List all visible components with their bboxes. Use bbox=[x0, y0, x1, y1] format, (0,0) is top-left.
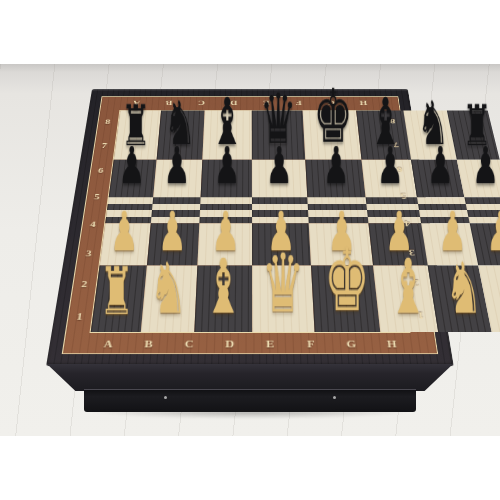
coord-ranks-8: 8 bbox=[97, 110, 118, 133]
piece-white-knight-b1[interactable]: ♞ bbox=[149, 254, 187, 325]
piece-white-pawn-h2[interactable]: ♟ bbox=[486, 205, 500, 259]
piece-black-pawn-b7[interactable]: ♟ bbox=[164, 140, 191, 191]
piece-white-king-e1[interactable]: ♚ bbox=[324, 238, 370, 324]
piece-white-bishop-c1[interactable]: ♝ bbox=[204, 249, 244, 325]
coord-ranks-1: 1 bbox=[67, 300, 93, 333]
table-shadow bbox=[86, 411, 414, 419]
piece-white-knight-g1[interactable]: ♞ bbox=[445, 254, 483, 325]
chess-board: ♜♞♝♛♚♝♞♜♟♟♟♟♟♟♟♟♟♟♟♟♟♟♟♟♜♞♝♛♚♝♞♜ ABCDEFG… bbox=[46, 89, 454, 366]
piece-black-pawn-e7[interactable]: ♟ bbox=[322, 140, 349, 191]
piece-black-pawn-g7[interactable]: ♟ bbox=[426, 140, 453, 191]
coord-ranks-3: 3 bbox=[77, 238, 101, 268]
piece-white-queen-d1[interactable]: ♛ bbox=[262, 243, 305, 324]
case-front bbox=[84, 389, 416, 412]
coord-ranks-4: 4 bbox=[81, 210, 104, 238]
coord-ranks-7: 7 bbox=[94, 133, 115, 157]
square-h7[interactable]: ♟ bbox=[457, 160, 500, 198]
piece-black-pawn-d7[interactable]: ♟ bbox=[266, 140, 293, 191]
board-bevel bbox=[47, 364, 453, 391]
piece-white-pawn-a2[interactable]: ♟ bbox=[109, 205, 138, 259]
piece-black-pawn-h7[interactable]: ♟ bbox=[472, 140, 499, 191]
piece-white-rook-a1[interactable]: ♜ bbox=[99, 259, 134, 324]
table-surface: ♜♞♝♛♚♝♞♜♟♟♟♟♟♟♟♟♟♟♟♟♟♟♟♟♜♞♝♛♚♝♞♜ ABCDEFG… bbox=[0, 64, 500, 436]
hinge-screw-left-icon bbox=[164, 396, 167, 399]
piece-black-pawn-a7[interactable]: ♟ bbox=[118, 140, 145, 191]
piece-black-pawn-f7[interactable]: ♟ bbox=[377, 140, 404, 191]
piece-black-pawn-c7[interactable]: ♟ bbox=[213, 140, 240, 191]
coord-ranks-6: 6 bbox=[90, 158, 112, 184]
coord-ranks-5: 5 bbox=[86, 183, 109, 210]
piece-white-bishop-f1[interactable]: ♝ bbox=[388, 249, 428, 325]
hinge-screw-right-icon bbox=[333, 396, 336, 399]
